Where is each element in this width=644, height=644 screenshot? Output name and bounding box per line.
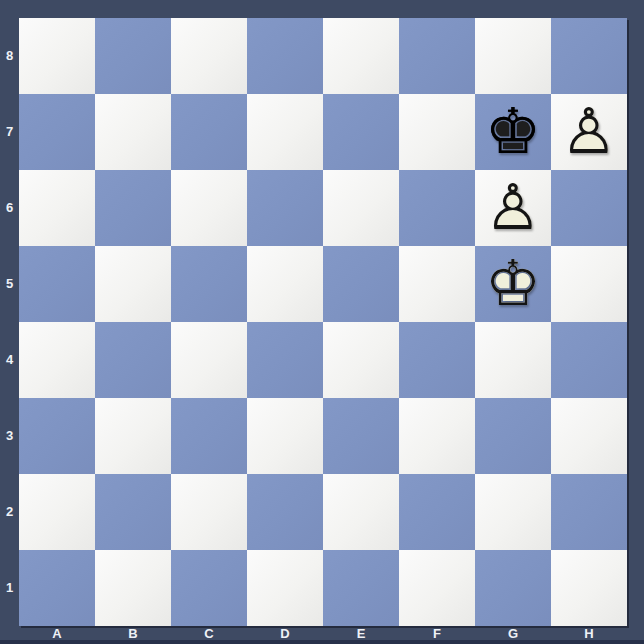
square-d4[interactable] (247, 322, 323, 398)
square-d8[interactable] (247, 18, 323, 94)
square-e2[interactable] (323, 474, 399, 550)
square-e8[interactable] (323, 18, 399, 94)
square-d6[interactable] (247, 170, 323, 246)
square-b2[interactable] (95, 474, 171, 550)
square-c2[interactable] (171, 474, 247, 550)
piece-outline-glyph: ♙ (551, 95, 627, 171)
square-a2[interactable] (19, 474, 95, 550)
chess-board: ♚♔♟♙♟♙♚♔ (19, 18, 627, 626)
square-f1[interactable] (399, 550, 475, 626)
square-e4[interactable] (323, 322, 399, 398)
square-a5[interactable] (19, 246, 95, 322)
square-a3[interactable] (19, 398, 95, 474)
square-a6[interactable] (19, 170, 95, 246)
square-g4[interactable] (475, 322, 551, 398)
square-a7[interactable] (19, 94, 95, 170)
piece-outline-glyph: ♙ (475, 171, 551, 247)
square-e7[interactable] (323, 94, 399, 170)
rank-label-7: 7 (0, 94, 19, 170)
square-c5[interactable] (171, 246, 247, 322)
square-h2[interactable] (551, 474, 627, 550)
square-b1[interactable] (95, 550, 171, 626)
square-e3[interactable] (323, 398, 399, 474)
square-b4[interactable] (95, 322, 171, 398)
square-c6[interactable] (171, 170, 247, 246)
square-h8[interactable] (551, 18, 627, 94)
square-f6[interactable] (399, 170, 475, 246)
square-f4[interactable] (399, 322, 475, 398)
square-c7[interactable] (171, 94, 247, 170)
chess-board-window: ♚♔♟♙♟♙♚♔ 87654321 ABCDEFGH (0, 0, 644, 644)
piece-outline-glyph: ♔ (475, 247, 551, 323)
square-f8[interactable] (399, 18, 475, 94)
square-b8[interactable] (95, 18, 171, 94)
square-f2[interactable] (399, 474, 475, 550)
rank-label-6: 6 (0, 170, 19, 246)
square-h7[interactable]: ♟♙ (551, 94, 627, 170)
square-d1[interactable] (247, 550, 323, 626)
square-d7[interactable] (247, 94, 323, 170)
square-e5[interactable] (323, 246, 399, 322)
square-a8[interactable] (19, 18, 95, 94)
rank-label-8: 8 (0, 18, 19, 94)
square-g7[interactable]: ♚♔ (475, 94, 551, 170)
square-b3[interactable] (95, 398, 171, 474)
square-e6[interactable] (323, 170, 399, 246)
border-bottom-edge (0, 640, 644, 644)
square-h4[interactable] (551, 322, 627, 398)
square-f3[interactable] (399, 398, 475, 474)
square-d3[interactable] (247, 398, 323, 474)
square-b5[interactable] (95, 246, 171, 322)
square-d5[interactable] (247, 246, 323, 322)
rank-labels: 87654321 (0, 18, 19, 626)
square-c3[interactable] (171, 398, 247, 474)
square-g8[interactable] (475, 18, 551, 94)
square-a4[interactable] (19, 322, 95, 398)
square-b6[interactable] (95, 170, 171, 246)
square-g2[interactable] (475, 474, 551, 550)
square-d2[interactable] (247, 474, 323, 550)
square-g1[interactable] (475, 550, 551, 626)
rank-label-4: 4 (0, 322, 19, 398)
square-c4[interactable] (171, 322, 247, 398)
white-pawn-h7[interactable]: ♟♙ (551, 94, 627, 170)
square-h1[interactable] (551, 550, 627, 626)
square-g3[interactable] (475, 398, 551, 474)
square-e1[interactable] (323, 550, 399, 626)
square-h3[interactable] (551, 398, 627, 474)
white-king-g5[interactable]: ♚♔ (475, 246, 551, 322)
square-h5[interactable] (551, 246, 627, 322)
rank-label-3: 3 (0, 398, 19, 474)
piece-outline-glyph: ♔ (475, 95, 551, 171)
square-b7[interactable] (95, 94, 171, 170)
rank-label-1: 1 (0, 550, 19, 626)
square-a1[interactable] (19, 550, 95, 626)
square-c1[interactable] (171, 550, 247, 626)
black-king-g7[interactable]: ♚♔ (475, 94, 551, 170)
square-g5[interactable]: ♚♔ (475, 246, 551, 322)
square-h6[interactable] (551, 170, 627, 246)
square-f7[interactable] (399, 94, 475, 170)
square-c8[interactable] (171, 18, 247, 94)
rank-label-5: 5 (0, 246, 19, 322)
white-pawn-g6[interactable]: ♟♙ (475, 170, 551, 246)
rank-label-2: 2 (0, 474, 19, 550)
square-f5[interactable] (399, 246, 475, 322)
square-g6[interactable]: ♟♙ (475, 170, 551, 246)
